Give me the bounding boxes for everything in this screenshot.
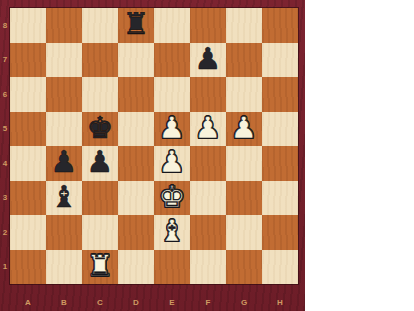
white-bishop-e2: ♝ (159, 216, 186, 246)
square-c3[interactable] (82, 181, 118, 216)
square-f2[interactable] (190, 215, 226, 250)
square-e5[interactable]: ♟ (154, 112, 190, 147)
square-g4[interactable] (226, 146, 262, 181)
square-a7[interactable] (10, 43, 46, 78)
square-b4[interactable]: ♟ (46, 146, 82, 181)
rank-labels: 87654321 (0, 8, 10, 284)
square-c4[interactable]: ♟ (82, 146, 118, 181)
square-b1[interactable] (46, 250, 82, 285)
square-e6[interactable] (154, 77, 190, 112)
square-f8[interactable] (190, 8, 226, 43)
square-h2[interactable] (262, 215, 298, 250)
square-h4[interactable] (262, 146, 298, 181)
square-e3[interactable]: ♚ (154, 181, 190, 216)
rank-label-4: 4 (0, 146, 10, 181)
square-d1[interactable] (118, 250, 154, 285)
white-pawn-f5: ♟ (195, 113, 222, 143)
rank-label-6: 6 (0, 77, 10, 112)
chess-board-frame: ♜♟♚♟♟♟♟♟♟♝♚♝♜ 87654321 ABCDEFGH (0, 0, 305, 311)
square-b5[interactable] (46, 112, 82, 147)
black-bishop-b3: ♝ (51, 182, 78, 212)
white-rook-c1: ♜ (87, 251, 114, 281)
square-e7[interactable] (154, 43, 190, 78)
black-pawn-c4: ♟ (87, 147, 114, 177)
file-label-e: E (154, 295, 190, 309)
square-a3[interactable] (10, 181, 46, 216)
square-g2[interactable] (226, 215, 262, 250)
square-g6[interactable] (226, 77, 262, 112)
white-pawn-e5: ♟ (159, 113, 186, 143)
file-label-f: F (190, 295, 226, 309)
file-label-b: B (46, 295, 82, 309)
square-h6[interactable] (262, 77, 298, 112)
rank-label-2: 2 (0, 215, 10, 250)
file-label-c: C (82, 295, 118, 309)
square-c7[interactable] (82, 43, 118, 78)
square-h5[interactable] (262, 112, 298, 147)
square-e4[interactable]: ♟ (154, 146, 190, 181)
rank-label-7: 7 (0, 43, 10, 78)
square-d8[interactable]: ♜ (118, 8, 154, 43)
rank-label-1: 1 (0, 250, 10, 285)
square-f1[interactable] (190, 250, 226, 285)
square-h7[interactable] (262, 43, 298, 78)
square-d4[interactable] (118, 146, 154, 181)
square-f6[interactable] (190, 77, 226, 112)
square-g7[interactable] (226, 43, 262, 78)
square-c6[interactable] (82, 77, 118, 112)
square-b6[interactable] (46, 77, 82, 112)
rank-label-5: 5 (0, 112, 10, 147)
square-c2[interactable] (82, 215, 118, 250)
white-pawn-e4: ♟ (159, 147, 186, 177)
square-a6[interactable] (10, 77, 46, 112)
page: ♜♟♚♟♟♟♟♟♟♝♚♝♜ 87654321 ABCDEFGH (0, 0, 414, 311)
black-rook-d8: ♜ (123, 9, 150, 39)
file-label-g: G (226, 295, 262, 309)
square-c5[interactable]: ♚ (82, 112, 118, 147)
square-e1[interactable] (154, 250, 190, 285)
square-f5[interactable]: ♟ (190, 112, 226, 147)
square-g5[interactable]: ♟ (226, 112, 262, 147)
black-pawn-f7: ♟ (195, 44, 222, 74)
file-label-h: H (262, 295, 298, 309)
black-king-c5: ♚ (87, 113, 114, 143)
square-e2[interactable]: ♝ (154, 215, 190, 250)
chess-board: ♜♟♚♟♟♟♟♟♟♝♚♝♜ (10, 8, 298, 284)
rank-label-8: 8 (0, 8, 10, 43)
square-d7[interactable] (118, 43, 154, 78)
square-c8[interactable] (82, 8, 118, 43)
square-d6[interactable] (118, 77, 154, 112)
black-pawn-b4: ♟ (51, 147, 78, 177)
square-a2[interactable] (10, 215, 46, 250)
white-king-e3: ♚ (159, 182, 186, 212)
file-labels: ABCDEFGH (10, 295, 298, 309)
square-a4[interactable] (10, 146, 46, 181)
white-pawn-g5: ♟ (231, 113, 258, 143)
square-b8[interactable] (46, 8, 82, 43)
square-f4[interactable] (190, 146, 226, 181)
square-a8[interactable] (10, 8, 46, 43)
square-g1[interactable] (226, 250, 262, 285)
square-b7[interactable] (46, 43, 82, 78)
file-label-a: A (10, 295, 46, 309)
square-d3[interactable] (118, 181, 154, 216)
square-g8[interactable] (226, 8, 262, 43)
square-b3[interactable]: ♝ (46, 181, 82, 216)
square-f7[interactable]: ♟ (190, 43, 226, 78)
rank-label-3: 3 (0, 181, 10, 216)
square-g3[interactable] (226, 181, 262, 216)
square-a5[interactable] (10, 112, 46, 147)
square-h8[interactable] (262, 8, 298, 43)
square-f3[interactable] (190, 181, 226, 216)
file-label-d: D (118, 295, 154, 309)
square-c1[interactable]: ♜ (82, 250, 118, 285)
square-h1[interactable] (262, 250, 298, 285)
square-a1[interactable] (10, 250, 46, 285)
square-d5[interactable] (118, 112, 154, 147)
square-d2[interactable] (118, 215, 154, 250)
square-b2[interactable] (46, 215, 82, 250)
square-e8[interactable] (154, 8, 190, 43)
square-h3[interactable] (262, 181, 298, 216)
